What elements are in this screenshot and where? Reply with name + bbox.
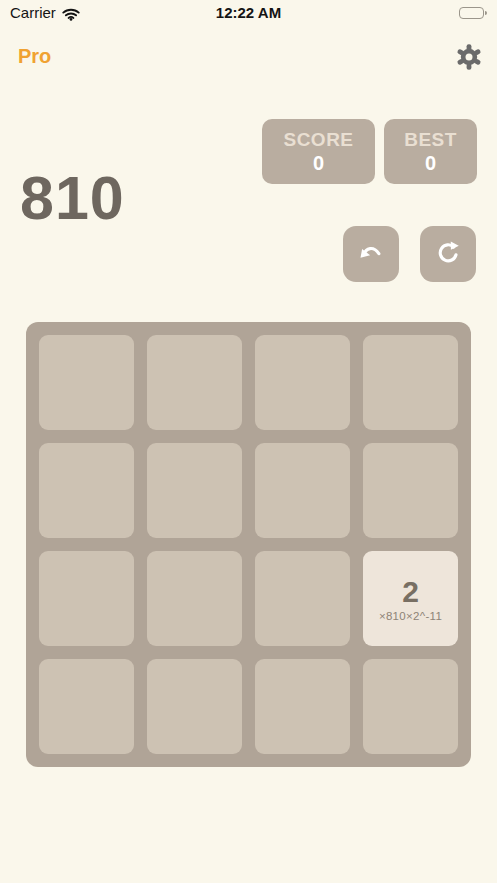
board-cell (255, 551, 350, 646)
best-label: BEST (404, 129, 457, 151)
board-cell (39, 443, 134, 538)
board-cell (255, 659, 350, 754)
board-cell (147, 659, 242, 754)
restart-arrow-icon (433, 238, 463, 271)
status-time: 12:22 AM (0, 4, 497, 21)
pro-title: Pro (18, 45, 51, 68)
best-value: 0 (425, 152, 436, 175)
battery-icon (459, 7, 484, 19)
score-box: SCORE 0 (262, 119, 375, 184)
scoreboard: SCORE 0 BEST 0 (262, 119, 477, 184)
board-cell (39, 335, 134, 430)
tile-subtext: ×810×2^-11 (379, 610, 442, 622)
board-cell (363, 443, 458, 538)
app-logo-number: 810 (20, 168, 125, 229)
board-cell (39, 551, 134, 646)
status-bar: Carrier 12:22 AM (0, 0, 497, 26)
control-buttons (343, 226, 476, 282)
gear-icon (455, 59, 483, 74)
score-label: SCORE (283, 129, 353, 151)
undo-button[interactable] (343, 226, 399, 282)
best-box: BEST 0 (384, 119, 477, 184)
tile: 2×810×2^-11 (363, 551, 458, 646)
score-value: 0 (313, 152, 324, 175)
board-cell (39, 659, 134, 754)
settings-button[interactable] (455, 43, 483, 71)
restart-button[interactable] (420, 226, 476, 282)
tile-value: 2 (402, 575, 419, 610)
board-cell (363, 335, 458, 430)
app-screen: Carrier 12:22 AM Pro (0, 0, 497, 883)
board-cell (147, 335, 242, 430)
board[interactable]: 2×810×2^-11 (26, 322, 471, 767)
board-cell (147, 443, 242, 538)
board-cell (147, 551, 242, 646)
undo-arrow-icon (356, 238, 386, 271)
board-cell (363, 659, 458, 754)
board-cell (255, 335, 350, 430)
board-cell (255, 443, 350, 538)
